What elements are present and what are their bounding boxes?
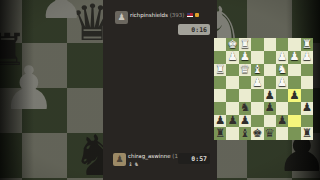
square-e3[interactable]: ♝ — [251, 64, 263, 77]
chess-board[interactable]: ♚♜♜♟♟♟♟♟♜♛♝♞♟♟♟♟♞♟♟♟♟♟♟♜♝♚♛♜ — [214, 38, 313, 140]
square-a7[interactable] — [301, 115, 313, 128]
piece-white-rook: ♜ — [215, 64, 225, 76]
square-e4[interactable]: ♟ — [251, 76, 263, 89]
square-a4[interactable] — [301, 76, 313, 89]
square-d3[interactable] — [264, 64, 276, 77]
square-e5[interactable] — [251, 89, 263, 102]
square-d4[interactable] — [264, 76, 276, 89]
square-c2[interactable]: ♟ — [276, 51, 288, 64]
square-b1[interactable] — [288, 38, 300, 51]
piece-black-pawn: ♟ — [240, 115, 250, 127]
square-c3[interactable]: ♞ — [276, 64, 288, 77]
top-player-avatar[interactable]: ♟ — [115, 11, 128, 24]
square-g4[interactable] — [226, 76, 238, 89]
square-h1[interactable] — [214, 38, 226, 51]
square-d6[interactable]: ♟ — [264, 102, 276, 115]
square-c1[interactable] — [276, 38, 288, 51]
square-f3[interactable]: ♛ — [239, 64, 251, 77]
square-d7[interactable] — [264, 115, 276, 128]
piece-black-rook: ♜ — [215, 128, 225, 140]
square-a8[interactable]: ♜ — [301, 127, 313, 140]
piece-black-pawn: ♟ — [265, 90, 275, 102]
piece-black-pawn: ♟ — [289, 90, 299, 102]
piece-white-pawn: ♟ — [227, 51, 237, 63]
piece-white-pawn: ♟ — [277, 51, 287, 63]
square-a3[interactable] — [301, 64, 313, 77]
square-g7[interactable]: ♟ — [226, 115, 238, 128]
square-b4[interactable] — [288, 76, 300, 89]
bottom-player-avatar[interactable]: ♟ — [113, 153, 126, 166]
square-c7[interactable]: ♟ — [276, 115, 288, 128]
square-f1[interactable]: ♜ — [239, 38, 251, 51]
premium-badge-icon — [195, 13, 199, 17]
bottom-player-bar: ♟ chirag_aswinne (1313) ♝♞ 0:57 — [103, 153, 217, 169]
bottom-player-clock: 0:57 — [178, 153, 210, 164]
square-d5[interactable]: ♟ — [264, 89, 276, 102]
square-f5[interactable] — [239, 89, 251, 102]
square-f4[interactable] — [239, 76, 251, 89]
square-b3[interactable] — [288, 64, 300, 77]
top-player-rating: (393) — [170, 12, 185, 18]
square-f6[interactable]: ♞ — [239, 102, 251, 115]
top-player-name: richpinshields — [130, 12, 168, 18]
piece-black-bishop: ♝ — [240, 128, 250, 140]
piece-white-pawn: ♟ — [289, 51, 299, 63]
piece-white-bishop: ♝ — [252, 64, 262, 76]
piece-white-knight: ♞ — [277, 64, 287, 76]
piece-white-king: ♚ — [227, 39, 237, 51]
square-h7[interactable]: ♟ — [214, 115, 226, 128]
top-player-info[interactable]: richpinshields (393) — [130, 12, 199, 19]
square-f2[interactable]: ♟ — [239, 51, 251, 64]
us-flag-icon — [187, 13, 193, 17]
video-column: ♟ richpinshields (393) 0:16 ♚♜♜♟♟♟♟♟♜♛♝♞… — [103, 0, 217, 180]
square-g3[interactable] — [226, 64, 238, 77]
square-h4[interactable] — [214, 76, 226, 89]
square-b8[interactable] — [288, 127, 300, 140]
square-h3[interactable]: ♜ — [214, 64, 226, 77]
square-h8[interactable]: ♜ — [214, 127, 226, 140]
square-f7[interactable]: ♟ — [239, 115, 251, 128]
top-player-bar: ♟ richpinshields (393) 0:16 — [103, 10, 217, 26]
square-b5[interactable]: ♟ — [288, 89, 300, 102]
square-h2[interactable] — [214, 51, 226, 64]
piece-black-pawn: ♟ — [227, 115, 237, 127]
piece-white-pawn: ♟ — [252, 77, 262, 89]
square-a2[interactable]: ♟ — [301, 51, 313, 64]
square-g8[interactable] — [226, 127, 238, 140]
square-e1[interactable] — [251, 38, 263, 51]
square-d2[interactable] — [264, 51, 276, 64]
top-player-clock: 0:16 — [178, 24, 210, 35]
square-b7[interactable] — [288, 115, 300, 128]
square-c4[interactable]: ♟ — [276, 76, 288, 89]
square-g2[interactable]: ♟ — [226, 51, 238, 64]
square-d8[interactable]: ♛ — [264, 127, 276, 140]
square-e2[interactable] — [251, 51, 263, 64]
square-a1[interactable]: ♜ — [301, 38, 313, 51]
square-a6[interactable]: ♟ — [301, 102, 313, 115]
piece-white-pawn: ♟ — [240, 51, 250, 63]
piece-white-pawn: ♟ — [302, 51, 312, 63]
piece-black-rook: ♜ — [302, 128, 312, 140]
bottom-player-name: chirag_aswinne — [128, 153, 171, 159]
piece-black-knight: ♞ — [240, 102, 250, 114]
piece-white-queen: ♛ — [240, 64, 250, 76]
square-b6[interactable] — [288, 102, 300, 115]
square-h6[interactable] — [214, 102, 226, 115]
square-c8[interactable] — [276, 127, 288, 140]
square-g6[interactable] — [226, 102, 238, 115]
piece-white-pawn: ♟ — [277, 77, 287, 89]
piece-black-king: ♚ — [252, 128, 262, 140]
square-h5[interactable] — [214, 89, 226, 102]
piece-black-pawn: ♟ — [302, 102, 312, 114]
square-g5[interactable] — [226, 89, 238, 102]
piece-black-queen: ♛ — [265, 128, 275, 140]
piece-black-pawn: ♟ — [277, 115, 287, 127]
square-b2[interactable]: ♟ — [288, 51, 300, 64]
piece-white-rook: ♜ — [302, 39, 312, 51]
square-d1[interactable] — [264, 38, 276, 51]
square-c6[interactable] — [276, 102, 288, 115]
square-e7[interactable] — [251, 115, 263, 128]
piece-black-pawn: ♟ — [215, 115, 225, 127]
stage: ♛♞♟♟♜♟♞♟ ♟ richpinshields (393) 0:16 ♚♜♜… — [0, 0, 320, 180]
square-a5[interactable] — [301, 89, 313, 102]
square-e8[interactable]: ♚ — [251, 127, 263, 140]
piece-white-rook: ♜ — [240, 39, 250, 51]
square-e6[interactable] — [251, 102, 263, 115]
square-g1[interactable]: ♚ — [226, 38, 238, 51]
square-c5[interactable] — [276, 89, 288, 102]
captured-piece-icon: ♞ — [134, 161, 140, 167]
square-f8[interactable]: ♝ — [239, 127, 251, 140]
captured-pieces-row: ♝♞ — [128, 161, 140, 167]
piece-black-pawn: ♟ — [265, 102, 275, 114]
